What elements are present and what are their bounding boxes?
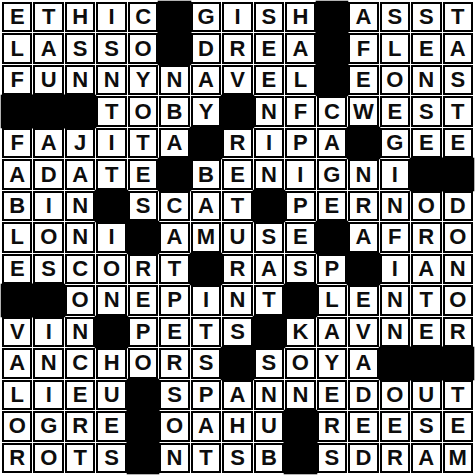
letter-cell[interactable]: T bbox=[443, 2, 473, 32]
letter-cell[interactable]: U bbox=[33, 65, 63, 95]
letter-cell[interactable]: E bbox=[443, 411, 473, 441]
letter-cell[interactable]: S bbox=[411, 2, 441, 32]
letter-cell[interactable]: O bbox=[33, 443, 63, 473]
letter-cell[interactable]: R bbox=[348, 191, 378, 221]
letter-cell[interactable]: B bbox=[2, 191, 32, 221]
letter-cell[interactable]: T bbox=[96, 96, 126, 126]
block-cell bbox=[254, 191, 284, 221]
letter-cell[interactable]: S bbox=[222, 317, 252, 347]
letter-cell[interactable]: P bbox=[191, 380, 221, 410]
letter-cell[interactable]: A bbox=[191, 65, 221, 95]
letter-cell[interactable]: I bbox=[191, 285, 221, 315]
letter-cell[interactable]: H bbox=[222, 411, 252, 441]
letter-cell[interactable]: A bbox=[33, 128, 63, 158]
block-cell bbox=[317, 222, 347, 252]
letter-cell[interactable]: H bbox=[96, 348, 126, 378]
letter-cell[interactable]: N bbox=[96, 285, 126, 315]
letter-cell[interactable]: E bbox=[380, 96, 410, 126]
block-cell bbox=[348, 128, 378, 158]
letter-cell[interactable]: F bbox=[348, 33, 378, 63]
letter-cell[interactable]: N bbox=[159, 65, 189, 95]
block-cell bbox=[443, 348, 473, 378]
block-cell bbox=[128, 411, 158, 441]
letter-cell[interactable]: L bbox=[317, 285, 347, 315]
block-cell bbox=[159, 2, 189, 32]
letter-cell[interactable]: C bbox=[128, 2, 158, 32]
letter-cell[interactable]: B bbox=[254, 443, 284, 473]
letter-cell[interactable]: R bbox=[317, 411, 347, 441]
letter-cell[interactable]: S bbox=[65, 33, 95, 63]
letter-cell[interactable]: S bbox=[191, 348, 221, 378]
letter-cell[interactable]: H bbox=[285, 2, 315, 32]
letter-cell[interactable]: N bbox=[254, 159, 284, 189]
letter-cell[interactable]: V bbox=[222, 65, 252, 95]
letter-cell[interactable]: I bbox=[33, 191, 63, 221]
letter-cell[interactable]: T bbox=[443, 96, 473, 126]
letter-cell[interactable]: R bbox=[411, 222, 441, 252]
block-cell bbox=[317, 65, 347, 95]
block-cell bbox=[317, 2, 347, 32]
letter-cell[interactable]: B bbox=[191, 159, 221, 189]
block-cell bbox=[96, 317, 126, 347]
letter-cell[interactable]: I bbox=[380, 254, 410, 284]
letter-cell[interactable]: V bbox=[348, 317, 378, 347]
block-cell bbox=[285, 411, 315, 441]
letter-cell[interactable]: S bbox=[222, 443, 252, 473]
letter-cell[interactable]: S bbox=[96, 443, 126, 473]
letter-cell[interactable]: I bbox=[33, 380, 63, 410]
letter-cell[interactable]: A bbox=[411, 254, 441, 284]
letter-cell[interactable]: E bbox=[317, 380, 347, 410]
letter-cell[interactable]: O bbox=[65, 285, 95, 315]
letter-cell[interactable]: I bbox=[96, 128, 126, 158]
letter-cell[interactable]: N bbox=[254, 96, 284, 126]
letter-cell[interactable]: P bbox=[128, 317, 158, 347]
letter-cell[interactable]: T bbox=[33, 2, 63, 32]
letter-cell[interactable]: O bbox=[2, 411, 32, 441]
letter-cell[interactable]: I bbox=[96, 2, 126, 32]
letter-cell[interactable]: A bbox=[317, 128, 347, 158]
letter-cell[interactable]: R bbox=[380, 443, 410, 473]
letter-cell[interactable]: G bbox=[191, 2, 221, 32]
letter-cell[interactable]: T bbox=[222, 191, 252, 221]
letter-cell[interactable]: E bbox=[2, 2, 32, 32]
block-cell bbox=[285, 443, 315, 473]
letter-cell[interactable]: C bbox=[65, 348, 95, 378]
letter-cell[interactable]: O bbox=[159, 411, 189, 441]
letter-cell[interactable]: T bbox=[443, 380, 473, 410]
letter-cell[interactable]: E bbox=[285, 222, 315, 252]
letter-cell[interactable]: A bbox=[65, 159, 95, 189]
letter-cell[interactable]: Y bbox=[128, 65, 158, 95]
letter-cell[interactable]: I bbox=[254, 128, 284, 158]
letter-cell[interactable]: E bbox=[411, 317, 441, 347]
letter-cell[interactable]: R bbox=[2, 443, 32, 473]
letter-cell[interactable]: A bbox=[191, 411, 221, 441]
letter-cell[interactable]: A bbox=[222, 380, 252, 410]
letter-cell[interactable]: F bbox=[285, 96, 315, 126]
letter-cell[interactable]: N bbox=[348, 159, 378, 189]
letter-cell[interactable]: P bbox=[285, 128, 315, 158]
letter-cell[interactable]: O bbox=[128, 348, 158, 378]
letter-cell[interactable]: E bbox=[411, 128, 441, 158]
letter-cell[interactable]: E bbox=[222, 159, 252, 189]
letter-cell[interactable]: U bbox=[222, 222, 252, 252]
letter-cell[interactable]: A bbox=[159, 222, 189, 252]
letter-cell[interactable]: O bbox=[96, 254, 126, 284]
letter-cell[interactable]: U bbox=[254, 411, 284, 441]
letter-cell[interactable]: A bbox=[443, 33, 473, 63]
letter-cell[interactable]: S bbox=[254, 348, 284, 378]
letter-cell[interactable]: N bbox=[285, 380, 315, 410]
letter-cell[interactable]: E bbox=[380, 411, 410, 441]
letter-cell[interactable]: L bbox=[2, 222, 32, 252]
letter-cell[interactable]: E bbox=[348, 411, 378, 441]
letter-cell[interactable]: W bbox=[348, 96, 378, 126]
letter-cell[interactable]: A bbox=[317, 317, 347, 347]
block-cell bbox=[254, 317, 284, 347]
letter-cell[interactable]: M bbox=[443, 443, 473, 473]
letter-cell[interactable]: E bbox=[254, 33, 284, 63]
block-cell bbox=[159, 159, 189, 189]
letter-cell[interactable]: D bbox=[348, 380, 378, 410]
letter-cell[interactable]: O bbox=[128, 33, 158, 63]
letter-cell[interactable]: N bbox=[254, 380, 284, 410]
letter-cell[interactable]: O bbox=[411, 191, 441, 221]
letter-cell[interactable]: A bbox=[254, 254, 284, 284]
block-cell bbox=[222, 96, 252, 126]
letter-cell[interactable]: N bbox=[65, 222, 95, 252]
letter-cell[interactable]: T bbox=[96, 159, 126, 189]
letter-cell[interactable]: O bbox=[380, 65, 410, 95]
letter-cell[interactable]: O bbox=[380, 380, 410, 410]
letter-cell[interactable]: C bbox=[65, 254, 95, 284]
letter-cell[interactable]: L bbox=[380, 33, 410, 63]
block-cell bbox=[411, 348, 441, 378]
block-cell bbox=[317, 33, 347, 63]
letter-cell[interactable]: E bbox=[348, 65, 378, 95]
letter-cell[interactable]: A bbox=[2, 348, 32, 378]
letter-cell[interactable]: K bbox=[285, 317, 315, 347]
letter-cell[interactable]: E bbox=[2, 254, 32, 284]
letter-cell[interactable]: G bbox=[380, 128, 410, 158]
block-cell bbox=[65, 96, 95, 126]
letter-cell[interactable]: L bbox=[2, 380, 32, 410]
letter-cell[interactable]: F bbox=[380, 222, 410, 252]
block-cell bbox=[128, 380, 158, 410]
letter-cell[interactable]: N bbox=[380, 285, 410, 315]
letter-cell[interactable]: R bbox=[65, 411, 95, 441]
letter-cell[interactable]: N bbox=[443, 254, 473, 284]
letter-cell[interactable]: R bbox=[222, 128, 252, 158]
letter-cell[interactable]: O bbox=[285, 348, 315, 378]
letter-cell[interactable]: C bbox=[159, 191, 189, 221]
letter-cell[interactable]: G bbox=[33, 411, 63, 441]
letter-cell[interactable]: D bbox=[33, 159, 63, 189]
letter-cell[interactable]: S bbox=[159, 380, 189, 410]
letter-cell[interactable]: A bbox=[411, 443, 441, 473]
letter-cell[interactable]: E bbox=[128, 159, 158, 189]
letter-cell[interactable]: I bbox=[33, 317, 63, 347]
letter-cell[interactable]: N bbox=[65, 317, 95, 347]
block-cell bbox=[128, 222, 158, 252]
letter-cell[interactable]: N bbox=[159, 443, 189, 473]
letter-cell[interactable]: S bbox=[96, 33, 126, 63]
letter-cell[interactable]: L bbox=[285, 65, 315, 95]
block-cell bbox=[443, 159, 473, 189]
letter-cell[interactable]: Y bbox=[191, 96, 221, 126]
letter-cell[interactable]: O bbox=[128, 96, 158, 126]
letter-cell[interactable]: R bbox=[222, 33, 252, 63]
letter-cell[interactable]: E bbox=[128, 285, 158, 315]
letter-cell[interactable]: S bbox=[317, 443, 347, 473]
letter-cell[interactable]: C bbox=[317, 96, 347, 126]
letter-cell[interactable]: T bbox=[411, 285, 441, 315]
letter-cell[interactable]: S bbox=[254, 2, 284, 32]
letter-cell[interactable]: E bbox=[159, 317, 189, 347]
letter-cell[interactable]: N bbox=[380, 191, 410, 221]
letter-cell[interactable]: D bbox=[191, 33, 221, 63]
letter-cell[interactable]: E bbox=[65, 380, 95, 410]
letter-cell[interactable]: P bbox=[317, 254, 347, 284]
letter-cell[interactable]: T bbox=[191, 317, 221, 347]
letter-cell[interactable]: U bbox=[411, 380, 441, 410]
letter-cell[interactable]: A bbox=[33, 33, 63, 63]
letter-cell[interactable]: E bbox=[96, 411, 126, 441]
letter-cell[interactable]: M bbox=[191, 222, 221, 252]
letter-cell[interactable]: F bbox=[2, 128, 32, 158]
letter-cell[interactable]: O bbox=[443, 222, 473, 252]
letter-cell[interactable]: N bbox=[380, 317, 410, 347]
letter-cell[interactable]: S bbox=[380, 2, 410, 32]
letter-cell[interactable]: I bbox=[285, 159, 315, 189]
letter-cell[interactable]: A bbox=[285, 33, 315, 63]
block-cell bbox=[128, 443, 158, 473]
letter-cell[interactable]: S bbox=[285, 254, 315, 284]
letter-cell[interactable]: O bbox=[443, 285, 473, 315]
letter-cell[interactable]: R bbox=[222, 254, 252, 284]
block-cell bbox=[411, 159, 441, 189]
letter-cell[interactable]: L bbox=[2, 33, 32, 63]
block-cell bbox=[285, 285, 315, 315]
block-cell bbox=[2, 96, 32, 126]
letter-cell[interactable]: I bbox=[380, 159, 410, 189]
block-cell bbox=[222, 348, 252, 378]
letter-cell[interactable]: A bbox=[348, 348, 378, 378]
block-cell bbox=[33, 96, 63, 126]
block-cell bbox=[159, 33, 189, 63]
letter-cell[interactable]: H bbox=[65, 2, 95, 32]
block-cell bbox=[348, 254, 378, 284]
letter-cell[interactable]: S bbox=[128, 191, 158, 221]
letter-cell[interactable]: V bbox=[2, 317, 32, 347]
letter-cell[interactable]: S bbox=[33, 254, 63, 284]
block-cell bbox=[191, 254, 221, 284]
letter-cell[interactable]: R bbox=[443, 317, 473, 347]
letter-cell[interactable]: N bbox=[33, 348, 63, 378]
letter-cell[interactable]: R bbox=[159, 348, 189, 378]
letter-cell[interactable]: J bbox=[65, 128, 95, 158]
block-cell bbox=[380, 348, 410, 378]
letter-cell[interactable]: P bbox=[285, 191, 315, 221]
block-cell bbox=[2, 285, 32, 315]
letter-cell[interactable]: F bbox=[2, 65, 32, 95]
letter-cell[interactable]: E bbox=[317, 191, 347, 221]
letter-cell[interactable]: S bbox=[411, 411, 441, 441]
letter-cell[interactable]: T bbox=[191, 443, 221, 473]
block-cell bbox=[96, 191, 126, 221]
letter-cell[interactable]: E bbox=[348, 285, 378, 315]
letter-cell[interactable]: I bbox=[96, 222, 126, 252]
letter-cell[interactable]: D bbox=[443, 191, 473, 221]
letter-cell[interactable]: A bbox=[159, 128, 189, 158]
letter-cell[interactable]: A bbox=[191, 191, 221, 221]
letter-cell[interactable]: I bbox=[222, 2, 252, 32]
letter-cell[interactable]: D bbox=[348, 443, 378, 473]
letter-cell[interactable]: S bbox=[254, 222, 284, 252]
letter-cell[interactable]: S bbox=[443, 65, 473, 95]
letter-cell[interactable]: Y bbox=[317, 348, 347, 378]
letter-cell[interactable]: E bbox=[254, 65, 284, 95]
letter-cell[interactable]: R bbox=[128, 254, 158, 284]
letter-cell[interactable]: N bbox=[222, 285, 252, 315]
letter-cell[interactable]: T bbox=[159, 254, 189, 284]
letter-cell[interactable]: B bbox=[159, 96, 189, 126]
letter-cell[interactable]: N bbox=[65, 65, 95, 95]
crossword-puzzle-image: ETHICGISHASSTLASSODREAFLEAFUNNYNAVELEONS… bbox=[0, 0, 475, 475]
letter-cell[interactable]: S bbox=[411, 96, 441, 126]
letter-cell[interactable]: T bbox=[254, 285, 284, 315]
letter-cell[interactable]: A bbox=[2, 159, 32, 189]
letter-cell[interactable]: P bbox=[159, 285, 189, 315]
block-cell bbox=[191, 128, 221, 158]
letter-cell[interactable]: G bbox=[317, 159, 347, 189]
letter-cell[interactable]: O bbox=[33, 222, 63, 252]
letter-cell[interactable]: N bbox=[96, 65, 126, 95]
letter-cell[interactable]: A bbox=[348, 2, 378, 32]
letter-cell[interactable]: E bbox=[443, 128, 473, 158]
letter-cell[interactable]: U bbox=[96, 380, 126, 410]
letter-cell[interactable]: T bbox=[128, 128, 158, 158]
letter-cell[interactable]: A bbox=[348, 222, 378, 252]
letter-cell[interactable]: N bbox=[65, 191, 95, 221]
letter-cell[interactable]: E bbox=[411, 33, 441, 63]
crossword-board: ETHICGISHASSTLASSODREAFLEAFUNNYNAVELEONS… bbox=[2, 2, 473, 473]
letter-cell[interactable]: N bbox=[411, 65, 441, 95]
letter-cell[interactable]: T bbox=[65, 443, 95, 473]
block-cell bbox=[33, 285, 63, 315]
